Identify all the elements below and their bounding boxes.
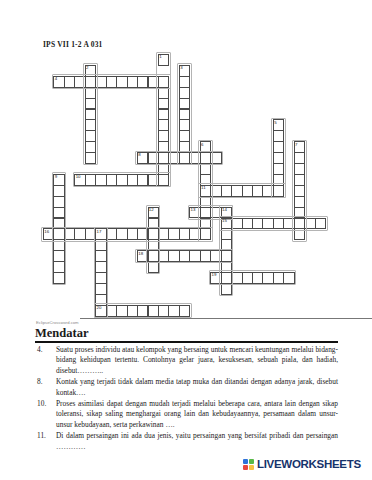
clue-item: 4.Suatu proses individu atau kelompok ya… (35, 345, 338, 376)
section-divider (80, 318, 372, 319)
clue-item: 8.Kontak yang terjadi tidak dalam media … (35, 377, 338, 398)
crossword-cell[interactable] (179, 305, 190, 317)
crossword-cell[interactable] (148, 261, 159, 273)
clue-item-number: 10. (37, 399, 46, 409)
worksheet-page: { "page": {"width": 372, "height": 480},… (0, 0, 372, 480)
clue-item-text: Di dalam persaingan ini ada dua jenis, y… (56, 431, 338, 450)
crossword-cell[interactable] (200, 228, 211, 240)
crossword-cell[interactable] (283, 272, 294, 284)
crossword-cell[interactable] (210, 152, 221, 164)
across-heading: Mendatar (35, 326, 88, 341)
heading-rule (35, 341, 338, 343)
clue-item: 10.Proses asimilasi dapat dengan mudah t… (35, 399, 338, 430)
page-title: IPS VII 1-2 A 031 (43, 40, 103, 49)
crossword-cell[interactable] (158, 174, 169, 186)
crossword-cell[interactable] (273, 185, 284, 197)
clue-item-text: Proses asimilasi dapat dengan mudah terj… (56, 399, 338, 429)
clue-list: 4.Suatu proses individu atau kelompok ya… (35, 345, 338, 453)
crossword-cell[interactable] (294, 228, 305, 240)
crossword-cell[interactable] (158, 54, 169, 66)
liveworksheets-logo[interactable]: LIVEWORKSHEETS (243, 458, 361, 470)
clue-item-text: Kontak yang terjadi tidak dalam media ta… (56, 377, 338, 396)
crossword-cell[interactable] (53, 272, 64, 284)
clue-item-number: 8. (37, 377, 43, 387)
liveworksheets-logo-text: LIVEWORKSHEETS (257, 458, 361, 470)
crossword-cell[interactable] (85, 152, 96, 164)
generator-watermark: EclipseCrossword.com (36, 320, 79, 325)
clue-item-number: 11. (37, 431, 46, 441)
liveworksheets-grid-icon (243, 459, 254, 470)
crossword-grid: 1234567891011121314151617181920 (43, 54, 326, 316)
clue-item: 11.Di dalam persaingan ini ada dua jenis… (35, 431, 338, 452)
clue-item-text: Suatu proses individu atau kelompok yang… (56, 345, 338, 375)
crossword-cell[interactable] (221, 283, 232, 295)
crossword-cell[interactable] (315, 218, 326, 230)
clue-item-number: 4. (37, 345, 43, 355)
